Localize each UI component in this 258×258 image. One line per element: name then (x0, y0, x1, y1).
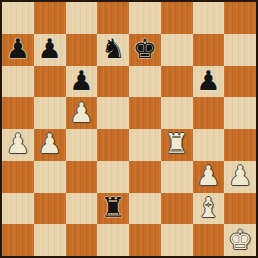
square-d2[interactable]: ♜ (97, 193, 129, 225)
square-a8[interactable] (2, 2, 34, 34)
square-e8[interactable] (129, 2, 161, 34)
square-f8[interactable] (161, 2, 193, 34)
square-b1[interactable] (34, 224, 66, 256)
square-h8[interactable] (224, 2, 256, 34)
square-g4[interactable] (193, 129, 225, 161)
square-e2[interactable] (129, 193, 161, 225)
square-a4[interactable]: ♟ (2, 129, 34, 161)
square-b4[interactable]: ♟ (34, 129, 66, 161)
board-frame: ♟♟♞♚♟♟♟♟♟♜♟♟♜♝♚ (0, 0, 258, 258)
square-a1[interactable] (2, 224, 34, 256)
piece-black-pawn-a7[interactable]: ♟ (6, 35, 30, 62)
square-g3[interactable]: ♟ (193, 161, 225, 193)
square-f4[interactable]: ♜ (161, 129, 193, 161)
square-d3[interactable] (97, 161, 129, 193)
square-b3[interactable] (34, 161, 66, 193)
square-h2[interactable] (224, 193, 256, 225)
square-c3[interactable] (66, 161, 98, 193)
square-g8[interactable] (193, 2, 225, 34)
square-c6[interactable]: ♟ (66, 66, 98, 98)
square-f5[interactable] (161, 97, 193, 129)
square-a2[interactable] (2, 193, 34, 225)
square-c1[interactable] (66, 224, 98, 256)
square-f6[interactable] (161, 66, 193, 98)
square-g2[interactable]: ♝ (193, 193, 225, 225)
piece-black-pawn-c6[interactable]: ♟ (69, 67, 93, 94)
square-c2[interactable] (66, 193, 98, 225)
square-e5[interactable] (129, 97, 161, 129)
piece-black-knight-d7[interactable]: ♞ (101, 35, 125, 62)
piece-black-pawn-g6[interactable]: ♟ (196, 67, 220, 94)
piece-black-rook-d2[interactable]: ♜ (101, 194, 125, 221)
square-d4[interactable] (97, 129, 129, 161)
piece-white-rook-f4[interactable]: ♜ (165, 130, 189, 157)
square-a6[interactable] (2, 66, 34, 98)
square-h1[interactable]: ♚ (224, 224, 256, 256)
square-f1[interactable] (161, 224, 193, 256)
square-h5[interactable] (224, 97, 256, 129)
square-b7[interactable]: ♟ (34, 34, 66, 66)
square-h7[interactable] (224, 34, 256, 66)
square-c7[interactable] (66, 34, 98, 66)
square-f2[interactable] (161, 193, 193, 225)
square-g6[interactable]: ♟ (193, 66, 225, 98)
piece-white-pawn-c5[interactable]: ♟ (69, 99, 93, 126)
square-f3[interactable] (161, 161, 193, 193)
square-d1[interactable] (97, 224, 129, 256)
square-g1[interactable] (193, 224, 225, 256)
square-b2[interactable] (34, 193, 66, 225)
square-a3[interactable] (2, 161, 34, 193)
piece-black-king-e7[interactable]: ♚ (133, 35, 157, 62)
square-h3[interactable]: ♟ (224, 161, 256, 193)
piece-white-pawn-a4[interactable]: ♟ (6, 130, 30, 157)
square-a7[interactable]: ♟ (2, 34, 34, 66)
square-g7[interactable] (193, 34, 225, 66)
piece-black-pawn-b7[interactable]: ♟ (38, 35, 62, 62)
square-c8[interactable] (66, 2, 98, 34)
square-a5[interactable] (2, 97, 34, 129)
square-e7[interactable]: ♚ (129, 34, 161, 66)
square-e4[interactable] (129, 129, 161, 161)
square-e3[interactable] (129, 161, 161, 193)
chess-board: ♟♟♞♚♟♟♟♟♟♜♟♟♜♝♚ (2, 2, 256, 256)
piece-white-pawn-h3[interactable]: ♟ (228, 162, 252, 189)
square-b8[interactable] (34, 2, 66, 34)
piece-white-pawn-g3[interactable]: ♟ (196, 162, 220, 189)
square-d5[interactable] (97, 97, 129, 129)
square-h6[interactable] (224, 66, 256, 98)
square-f7[interactable] (161, 34, 193, 66)
square-d6[interactable] (97, 66, 129, 98)
square-c5[interactable]: ♟ (66, 97, 98, 129)
square-h4[interactable] (224, 129, 256, 161)
piece-white-pawn-b4[interactable]: ♟ (38, 130, 62, 157)
square-e6[interactable] (129, 66, 161, 98)
square-d8[interactable] (97, 2, 129, 34)
square-e1[interactable] (129, 224, 161, 256)
square-b6[interactable] (34, 66, 66, 98)
square-b5[interactable] (34, 97, 66, 129)
square-g5[interactable] (193, 97, 225, 129)
piece-white-bishop-g2[interactable]: ♝ (196, 194, 220, 221)
piece-white-king-h1[interactable]: ♚ (228, 226, 252, 253)
square-d7[interactable]: ♞ (97, 34, 129, 66)
square-c4[interactable] (66, 129, 98, 161)
